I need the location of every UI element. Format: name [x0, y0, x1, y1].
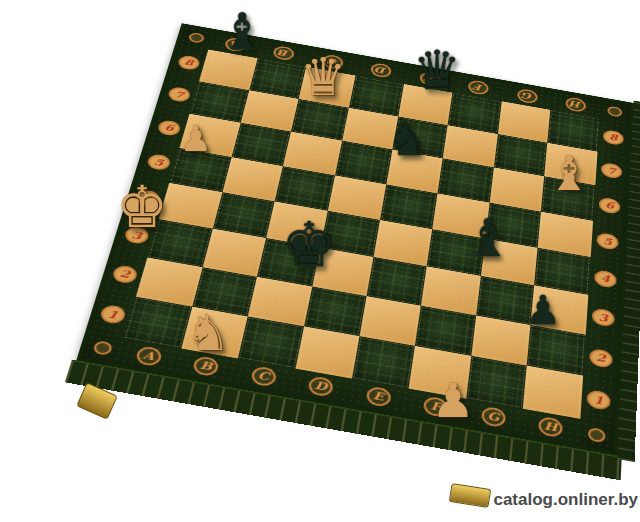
watermark-text: catalog.onliner.by: [493, 490, 638, 510]
rank-number-medallion: 8: [603, 129, 624, 146]
rank-label-right-5: 5: [591, 221, 624, 263]
rank-number-medallion: 2: [589, 348, 613, 369]
rank-label-right-2: 2: [583, 335, 619, 382]
rank-number-medallion: 1: [586, 389, 610, 411]
rank-label-right-4: 4: [588, 257, 622, 301]
file-letter-medallion: H: [538, 416, 563, 438]
corner-ornament: [92, 340, 113, 356]
file-letter-medallion: B: [272, 45, 295, 61]
brass-hinge-bottom: [449, 483, 491, 508]
piece-black-bishop-g4: ♝: [465, 212, 512, 264]
piece-black-knight-e6: ♞: [386, 116, 427, 162]
rank-label-right-6: 6: [593, 185, 626, 226]
piece-black-pawn-h3: ♟: [525, 290, 561, 330]
rank-number-medallion: 3: [592, 308, 615, 328]
rank-label-right-7: 7: [595, 151, 627, 190]
corner-ornament: [607, 106, 622, 118]
border-corner: [579, 419, 615, 452]
rank-number-medallion: 5: [146, 153, 172, 171]
file-letter-medallion: D: [370, 62, 392, 78]
corner-ornament: [588, 427, 606, 443]
file-letter-medallion: G: [516, 88, 537, 105]
piece-white-king-a3: ♚: [116, 178, 168, 236]
piece-white-pawn-g1: ♟: [431, 376, 474, 424]
rank-label-right-1: 1: [580, 376, 616, 425]
piece-white-pawn-a5: ♟: [180, 121, 212, 157]
piece-black-king-d3: ♚: [281, 214, 337, 276]
rank-label-right-8: 8: [597, 119, 628, 157]
file-letter-medallion: D: [307, 375, 334, 397]
rank-number-medallion: 8: [177, 54, 201, 71]
rank-number-medallion: 2: [111, 264, 139, 284]
piece-white-knight-c1: ♞: [186, 308, 231, 358]
file-letter-medallion: F: [468, 79, 490, 95]
piece-white-bishop-h6: ♝: [547, 149, 590, 197]
page: ABCDEFGH8877665544332211ABCDEFGH ♝♛♛♞♝♟♝…: [0, 0, 640, 522]
file-letter-medallion: C: [250, 365, 278, 387]
file-letter-medallion: A: [134, 345, 163, 367]
rank-number-medallion: 5: [596, 232, 618, 251]
rank-number-medallion: 1: [99, 304, 127, 325]
piece-black-queen-e8: ♛: [413, 44, 461, 98]
rank-number-medallion: 7: [167, 86, 192, 103]
rank-number-medallion: 4: [594, 269, 617, 289]
file-letter-medallion: E: [365, 386, 392, 408]
corner-ornament: [188, 32, 205, 44]
file-letter-medallion: G: [480, 406, 506, 428]
rank-number-medallion: 6: [599, 196, 621, 214]
rank-number-medallion: 7: [601, 162, 622, 180]
piece-white-queen-c7: ♛: [300, 51, 347, 103]
file-letter-medallion: H: [565, 96, 586, 113]
rank-label-right-3: 3: [586, 295, 621, 340]
rank-number-medallion: 6: [157, 119, 182, 137]
piece-black-bishop-a8: ♝: [220, 7, 265, 57]
